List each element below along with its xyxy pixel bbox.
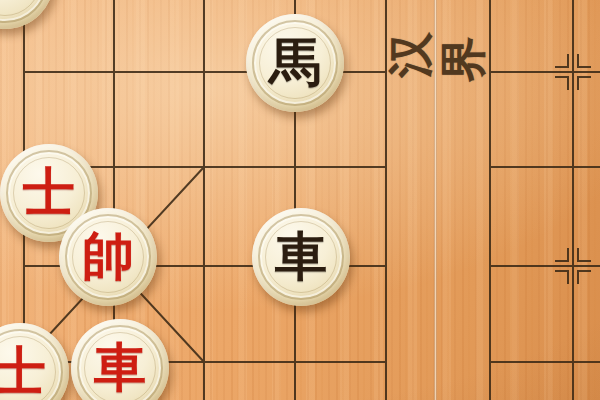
piece-glyph: 帥	[82, 230, 134, 282]
xiangqi-board-photo: 楚 河 汉 界 士帥士車馬車	[0, 0, 600, 400]
piece-glyph: 士	[23, 166, 75, 218]
piece-glyph: 士	[0, 345, 46, 397]
piece-glyph: 車	[275, 230, 327, 282]
piece-black-horse[interactable]: 馬	[246, 14, 344, 112]
piece-red-advisor-bottom[interactable]: 士	[0, 323, 69, 400]
piece-red-chariot[interactable]: 車	[71, 319, 169, 400]
piece-glyph: 車	[94, 341, 146, 393]
piece-black-chariot[interactable]: 車	[252, 208, 350, 306]
piece-edge-piece[interactable]	[0, 0, 54, 29]
piece-red-general[interactable]: 帥	[59, 208, 157, 306]
pieces-layer: 士帥士車馬車	[0, 0, 600, 400]
piece-glyph: 馬	[269, 36, 321, 88]
